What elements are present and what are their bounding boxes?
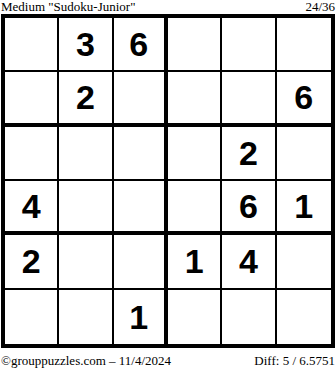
cell-r4c5-given[interactable]: 6 [222,181,276,235]
cell-r3c6-empty[interactable] [277,127,331,181]
cell-r5c1-given[interactable]: 2 [5,235,59,289]
cell-r4c4-empty[interactable] [168,181,222,235]
cell-r1c6-empty[interactable] [277,18,331,72]
cell-r6c4-empty[interactable] [168,290,222,344]
cell-r2c6-given[interactable]: 6 [277,72,331,126]
puzzle-page: Medium "Sudoku-Junior" 24/36 36262461214… [0,0,336,370]
difficulty-rating: Diff: 5 / 6.5751 [254,354,335,368]
cell-r6c6-empty[interactable] [277,290,331,344]
footer: ©grouppuzzles.com – 11/4/2024 Diff: 5 / … [0,354,336,368]
cell-r1c5-empty[interactable] [222,18,276,72]
cell-r1c1-empty[interactable] [5,18,59,72]
cell-r2c1-empty[interactable] [5,72,59,126]
cell-r2c2-given[interactable]: 2 [59,72,113,126]
puzzle-title: Medium "Sudoku-Junior" [1,0,135,13]
clue-counter: 24/36 [305,0,335,13]
cell-r5c2-empty[interactable] [59,235,113,289]
cell-r3c1-empty[interactable] [5,127,59,181]
cell-r4c2-empty[interactable] [59,181,113,235]
header: Medium "Sudoku-Junior" 24/36 [0,0,336,14]
cell-r3c3-empty[interactable] [114,127,168,181]
cell-r3c2-empty[interactable] [59,127,113,181]
cell-r5c5-given[interactable]: 4 [222,235,276,289]
cell-r1c3-given[interactable]: 6 [114,18,168,72]
cell-r6c5-empty[interactable] [222,290,276,344]
cell-r4c6-given[interactable]: 1 [277,181,331,235]
cell-r6c2-empty[interactable] [59,290,113,344]
cell-r2c4-empty[interactable] [168,72,222,126]
cell-r2c5-empty[interactable] [222,72,276,126]
cell-r5c4-given[interactable]: 1 [168,235,222,289]
cell-r4c1-given[interactable]: 4 [5,181,59,235]
cell-r1c4-empty[interactable] [168,18,222,72]
board-grid: 362624612141 [1,14,335,348]
cell-r3c5-given[interactable]: 2 [222,127,276,181]
cell-r2c3-empty[interactable] [114,72,168,126]
cell-r1c2-given[interactable]: 3 [59,18,113,72]
cell-r3c4-empty[interactable] [168,127,222,181]
copyright-date: ©grouppuzzles.com – 11/4/2024 [1,354,171,368]
cell-r5c3-empty[interactable] [114,235,168,289]
cell-r5c6-empty[interactable] [277,235,331,289]
cell-r4c3-empty[interactable] [114,181,168,235]
cell-r6c1-empty[interactable] [5,290,59,344]
cell-r6c3-given[interactable]: 1 [114,290,168,344]
